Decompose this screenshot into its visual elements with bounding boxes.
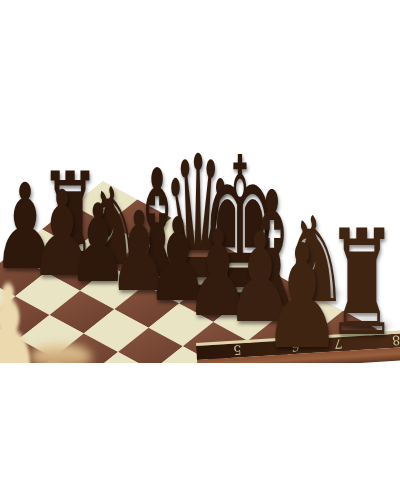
photo-area: 5678 ♜♞♝♛♚♝♞♜♟♟♟♟♟♟♟♟♟ [0,0,400,363]
chess-set-product-photo: 5678 ♜♞♝♛♚♝♞♜♟♟♟♟♟♟♟♟♟ [0,0,400,498]
white-pawn-foreground: ♟ [0,270,41,363]
black-pawn-h7: ♟ [262,225,342,363]
